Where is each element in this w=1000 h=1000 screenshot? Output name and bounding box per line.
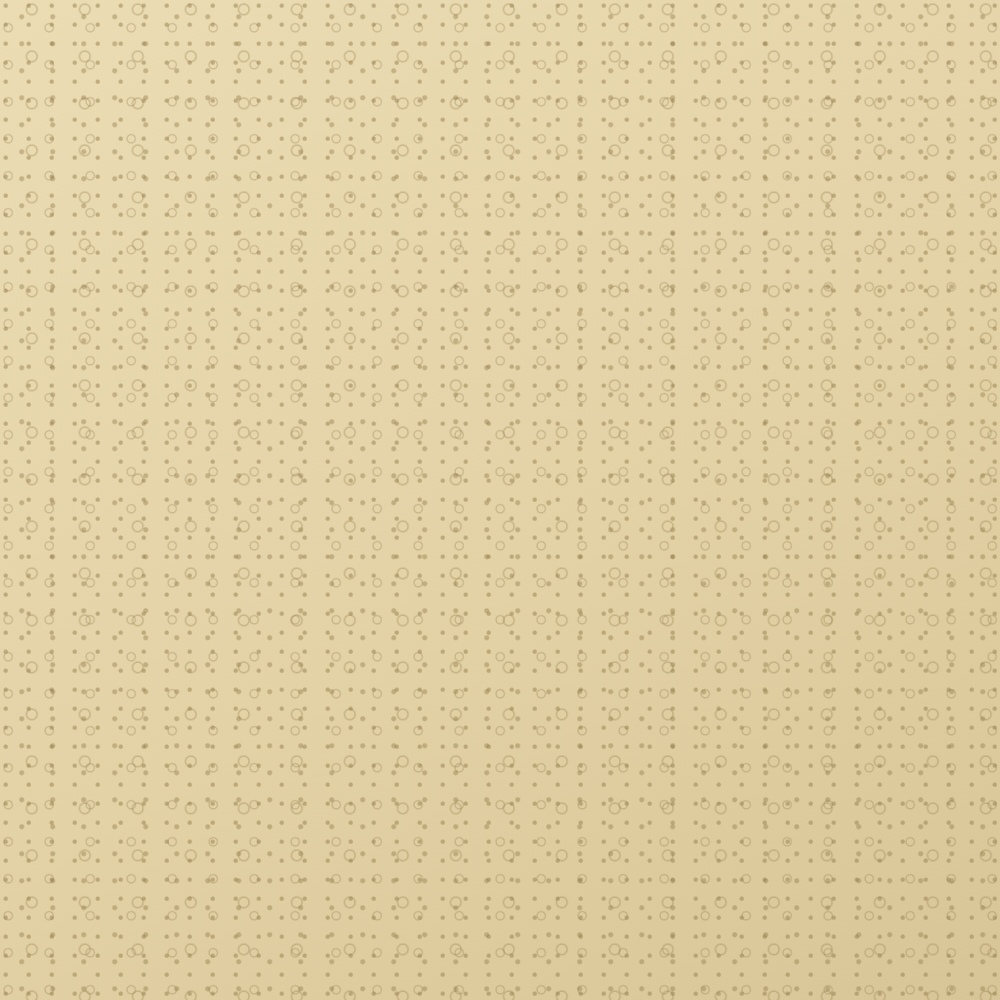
sample-pieces-row [0,0,1000,1000]
product-photo-stage [0,0,1000,1000]
